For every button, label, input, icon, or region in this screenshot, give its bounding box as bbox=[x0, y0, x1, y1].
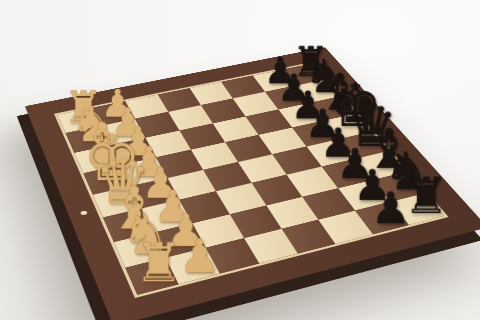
chess-photo-scene: ♜♟♟♜♞♟♟♞♝♟♟♝♚♟♟♚♛♟♟♛♝♟♟♝♞♟♟♞♜♟♟♜ bbox=[0, 0, 480, 320]
black-pawn[interactable]: ♟ bbox=[371, 186, 410, 230]
white-pawn[interactable]: ♟ bbox=[179, 233, 220, 279]
frame-inlay-dot bbox=[80, 211, 88, 216]
chess-board: ♜♟♟♜♞♟♟♞♝♟♟♝♚♟♟♚♛♟♟♛♝♟♟♝♞♟♟♞♜♟♟♜ bbox=[25, 47, 480, 320]
chess-grid: ♜♟♟♜♞♟♟♞♝♟♟♝♚♟♟♚♛♟♟♛♝♟♟♝♞♟♟♞♜♟♟♜ bbox=[54, 62, 449, 298]
white-rook[interactable]: ♜ bbox=[134, 236, 182, 290]
chess-board-3d-wrap: ♜♟♟♜♞♟♟♞♝♟♟♝♚♟♟♚♛♟♟♛♝♟♟♝♞♟♟♞♜♟♟♜ bbox=[25, 47, 480, 320]
black-rook[interactable]: ♜ bbox=[404, 171, 448, 221]
square-e5[interactable] bbox=[225, 135, 272, 162]
